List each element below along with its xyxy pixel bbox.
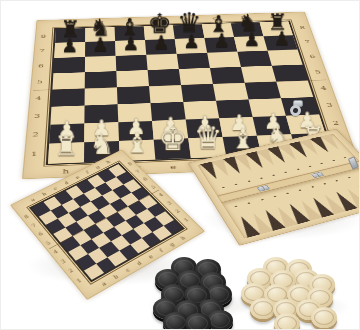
square bbox=[179, 68, 213, 85]
backgammon-point bbox=[342, 187, 360, 208]
backgammon-point bbox=[260, 208, 286, 230]
coordinate-label: h bbox=[63, 168, 70, 175]
backgammon-point bbox=[272, 205, 298, 227]
square bbox=[146, 54, 179, 70]
coordinate-label: 4 bbox=[320, 85, 328, 90]
peg-hole bbox=[323, 183, 326, 185]
coordinate-label: 4 bbox=[157, 192, 164, 198]
coordinate-label: 1 bbox=[182, 216, 189, 222]
square bbox=[181, 84, 216, 102]
square bbox=[276, 80, 313, 98]
coordinate-label: e bbox=[74, 174, 80, 179]
coordinate-label: e bbox=[170, 164, 177, 171]
coordinate-label: 8 bbox=[299, 26, 306, 30]
coordinate-label: g bbox=[168, 241, 176, 247]
coordinate-label: c bbox=[124, 266, 131, 273]
white-checker-disc bbox=[311, 307, 337, 328]
coordinate-label: 5 bbox=[149, 184, 156, 190]
peg-hole bbox=[248, 202, 251, 204]
coordinate-label: 5 bbox=[37, 79, 43, 84]
backgammon-point bbox=[296, 199, 322, 221]
chess-piece-black: ♟ bbox=[153, 33, 170, 52]
chess-piece-white: ♚ bbox=[158, 123, 187, 155]
square bbox=[268, 50, 303, 66]
coordinate-label: 6 bbox=[142, 176, 149, 182]
peg-hole bbox=[320, 163, 323, 165]
coordinate-label: b bbox=[112, 273, 120, 280]
backgammon-point bbox=[307, 196, 334, 217]
coordinate-label: 7 bbox=[304, 40, 311, 45]
peg-hole bbox=[332, 160, 335, 162]
backgammon-point bbox=[284, 202, 310, 224]
chess-piece-black: ♟ bbox=[273, 29, 290, 48]
square bbox=[53, 57, 85, 74]
square bbox=[207, 52, 241, 68]
coordinate-label: a bbox=[29, 196, 36, 202]
square bbox=[117, 86, 151, 104]
backgammon-point bbox=[331, 190, 358, 211]
square bbox=[85, 71, 117, 88]
coordinate-label: 6 bbox=[38, 63, 44, 68]
coordinate-label: 3 bbox=[165, 200, 172, 206]
peg-hole bbox=[247, 180, 250, 182]
square bbox=[149, 85, 183, 103]
square: ♟ bbox=[54, 42, 85, 58]
square bbox=[241, 66, 276, 83]
chess-piece-white: ♛ bbox=[194, 122, 223, 154]
coordinate-label: 4 bbox=[35, 96, 41, 102]
square bbox=[213, 83, 249, 101]
coordinate-label: 6 bbox=[37, 231, 44, 237]
coordinate-label: d bbox=[135, 260, 143, 267]
peg-hole bbox=[344, 157, 347, 159]
square bbox=[245, 82, 281, 100]
square bbox=[51, 88, 84, 106]
product-photo-3in1-game-set: { "game": "3-in-1 wooden folding game se… bbox=[0, 0, 360, 330]
coordinate-label: 7 bbox=[30, 222, 37, 228]
coordinate-label: 8 bbox=[23, 213, 30, 219]
peg-hole bbox=[309, 165, 312, 167]
coordinate-label: a bbox=[100, 280, 107, 287]
peg-hole bbox=[348, 177, 351, 179]
coordinate-label: d bbox=[63, 180, 70, 186]
square bbox=[85, 56, 116, 72]
square bbox=[116, 55, 148, 71]
chess-piece-black: ♟ bbox=[213, 31, 230, 50]
peg-hole bbox=[234, 206, 237, 208]
coordinate-label: h bbox=[105, 159, 112, 164]
chess-piece-black: ♟ bbox=[122, 34, 139, 53]
coordinate-label: 2 bbox=[174, 208, 181, 214]
peg-hole bbox=[299, 189, 302, 191]
backgammon-point bbox=[319, 193, 346, 214]
peg-hole bbox=[261, 199, 264, 201]
chess-piece-black: ♟ bbox=[61, 36, 78, 55]
chess-piece-black: ♟ bbox=[92, 35, 109, 54]
white-checker-disc bbox=[274, 313, 300, 330]
square: ♚ bbox=[154, 138, 191, 159]
square bbox=[210, 67, 245, 84]
coordinate-label: b bbox=[41, 191, 48, 197]
peg-hole bbox=[235, 183, 238, 185]
coordinate-label: c bbox=[52, 185, 58, 190]
coordinate-label: h bbox=[179, 234, 187, 240]
metal-latch-icon bbox=[288, 100, 308, 122]
peg-hole bbox=[222, 187, 225, 189]
square: ♟ bbox=[204, 37, 237, 53]
peg-hole bbox=[336, 180, 339, 182]
peg-hole bbox=[273, 196, 276, 198]
peg-hole bbox=[284, 171, 287, 173]
coordinate-label: 1 bbox=[31, 151, 38, 158]
square: ♟ bbox=[234, 36, 268, 51]
square bbox=[52, 72, 84, 89]
square: ♟ bbox=[145, 39, 177, 55]
peg-hole bbox=[297, 168, 300, 170]
chess-piece-black: ♟ bbox=[183, 32, 200, 51]
black-checkers-pile bbox=[153, 257, 243, 330]
square: ♟ bbox=[263, 35, 297, 50]
rank-labels-left: 87654321 bbox=[30, 29, 46, 164]
square: ♟ bbox=[115, 40, 146, 56]
coordinate-label: 5 bbox=[44, 239, 51, 245]
coordinate-label: 7 bbox=[134, 169, 141, 174]
square: ♜ bbox=[48, 142, 84, 163]
peg-hole bbox=[286, 192, 289, 194]
coordinate-label: 3 bbox=[59, 258, 66, 265]
peg-hole bbox=[311, 186, 314, 188]
square bbox=[148, 69, 181, 86]
square bbox=[237, 51, 271, 67]
square: ♟ bbox=[175, 38, 207, 54]
coordinate-label: 8 bbox=[126, 161, 133, 166]
backgammon-point bbox=[353, 184, 360, 205]
black-checker-disc bbox=[207, 310, 233, 330]
coordinate-label: 3 bbox=[326, 102, 334, 108]
square bbox=[85, 87, 118, 105]
coordinate-label: g bbox=[94, 164, 101, 169]
coordinate-label: 7 bbox=[39, 48, 45, 53]
backgammon-point bbox=[235, 215, 261, 238]
coordinate-label: f bbox=[84, 170, 89, 175]
backgammon-point bbox=[247, 212, 273, 235]
coordinate-label: 6 bbox=[309, 54, 316, 59]
square bbox=[272, 65, 308, 82]
coordinate-label: 2 bbox=[332, 120, 340, 126]
chess-piece-white: ♜ bbox=[54, 133, 78, 160]
peg-hole bbox=[272, 174, 275, 176]
square bbox=[116, 70, 149, 87]
coordinate-label: 2 bbox=[32, 132, 39, 138]
white-checkers-pile bbox=[241, 257, 336, 330]
chess-piece-black: ♟ bbox=[243, 30, 260, 49]
square: ♟ bbox=[85, 41, 116, 57]
hinge-icon bbox=[257, 185, 270, 192]
coordinate-label: f bbox=[158, 247, 164, 253]
black-checker-disc bbox=[185, 313, 211, 330]
coordinate-label: 4 bbox=[52, 248, 59, 255]
coordinate-label: 5 bbox=[314, 69, 321, 74]
chess-piece-white: ♝ bbox=[125, 129, 150, 157]
coordinate-label: 8 bbox=[40, 34, 46, 39]
coordinate-label: 2 bbox=[67, 267, 74, 274]
square bbox=[95, 218, 114, 233]
peg-hole bbox=[260, 177, 263, 179]
coordinate-label: 1 bbox=[75, 277, 83, 284]
square bbox=[177, 53, 210, 69]
coordinate-label: 3 bbox=[34, 113, 40, 119]
